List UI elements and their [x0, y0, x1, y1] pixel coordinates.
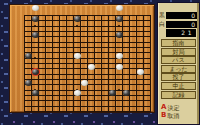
a-button-hint: A 決定 [161, 104, 197, 112]
last-move-marker [31, 68, 40, 76]
menu-button-record[interactable]: 記録 [161, 91, 196, 99]
black-stone [25, 80, 32, 86]
b-key: B [161, 112, 166, 119]
black-stone [123, 90, 130, 96]
menu-button-resign[interactable]: 投了 [161, 73, 196, 81]
hoshi-point [118, 89, 120, 91]
menu-button-taikyoku[interactable]: 対局 [161, 48, 196, 56]
white-stone [81, 80, 88, 86]
menu-button-pass[interactable]: パス [161, 56, 196, 64]
white-stone [74, 53, 81, 59]
game-screen: 黒 0 白 0 21 指南 対局 パス まった 投了 中止 記録 A 決定 B … [0, 0, 200, 125]
white-stone [116, 5, 123, 11]
black-captures-row: 黒 0 [159, 11, 197, 19]
white-captures-value: 0 [166, 21, 197, 28]
black-stone [32, 16, 39, 22]
black-stone [116, 32, 123, 38]
menu-button-shinan[interactable]: 指南 [161, 39, 196, 47]
black-stone [32, 90, 39, 96]
black-captures-label: 黒 [159, 12, 165, 18]
move-counter: 21 [166, 29, 196, 37]
a-key-label: 決定 [167, 105, 179, 111]
b-key-label: 取消 [167, 113, 179, 119]
menu-button-undo[interactable]: まった [161, 65, 196, 73]
black-stone [116, 16, 123, 22]
hoshi-point [34, 25, 36, 27]
hoshi-point [118, 25, 120, 27]
white-stone [88, 64, 95, 70]
white-stone [32, 5, 39, 11]
hoshi-point [76, 25, 78, 27]
b-button-hint: B 取消 [161, 112, 197, 120]
white-captures-row: 白 0 [159, 20, 197, 28]
white-captures-label: 白 [159, 21, 165, 27]
a-key: A [161, 104, 166, 111]
side-panel: 黒 0 白 0 21 指南 対局 パス まった 投了 中止 記録 A 決定 B … [157, 2, 200, 125]
white-stone [74, 90, 81, 96]
hoshi-point [34, 57, 36, 59]
black-stone [109, 90, 116, 96]
white-stone [116, 53, 123, 59]
go-board[interactable] [9, 4, 155, 113]
menu-button-stop[interactable]: 中止 [161, 82, 196, 90]
white-stone [137, 69, 144, 75]
black-stone [74, 16, 81, 22]
white-stone [116, 64, 123, 70]
board-grid[interactable] [24, 15, 151, 112]
black-captures-value: 0 [166, 12, 197, 19]
black-stone [32, 32, 39, 38]
black-stone [25, 53, 32, 59]
